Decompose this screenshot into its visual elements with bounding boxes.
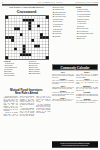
across-clue-list-1: 1Church bench5Sea eagles9Flat-bottomed b… [4,63,26,77]
clue-item: 47Evening meal [52,28,74,29]
clue-item: 10Tiny picnic insect [76,28,98,29]
clue-item: 46Grow older [52,26,74,27]
newspaper-page: 2 THE COMMUNITY PRESS WEDNESDAY, JUNE 15… [0,0,100,150]
calendar-entry: REMINDERLittle League sign-ups continue … [76,99,98,103]
clue-text: Source of metal [55,7,74,8]
calendar-entry: FRIDAYFarmers market opens for the seaso… [52,85,74,89]
clue-text: Evening meal [55,28,74,29]
calendar-entry-body: Little League sign-ups continue through … [76,100,98,103]
across-clue-list-2: 19Small pie20Compass point21Greek letter… [28,61,50,75]
calendar-footer-line-2: call the newsroom at 555-0100 by noon Fr… [62,145,89,147]
community-calendar-title: Community Calendar [61,65,90,69]
calendar-footer-box: To have an event listed in the Community… [52,141,98,148]
calendar-entry: UPCOMINGThe summer concert series begins… [76,92,98,98]
clue-item: 8Male deer [76,26,98,27]
clue-item: 13Female sheep [76,36,98,37]
calendar-entry-body: Story hour for preschoolers at the publi… [76,80,98,84]
article-body: Investors who hold shares in mutual fund… [4,96,51,145]
calendar-section: TODAYBlood drive at the First Street fir… [52,72,98,140]
calendar-entry: SUNDAYPancake breakfast at the VFW post,… [52,97,74,101]
clue-text: Female sheep [79,36,98,37]
calendar-entry-body: Friends of the Library used book sale, 9… [52,92,74,96]
calendar-entry-body: Farmers market opens for the season at t… [52,87,74,90]
across-clue-list-3: 31Source of metal34Continue to exist35La… [52,7,74,38]
clue-text: Continue to exist [55,9,74,10]
clue-item: 28Paradise garden [28,73,50,74]
grid-cell-black [46,56,49,59]
clue-text: Grow older [55,26,74,27]
puzzle-header: THE WEEKLY CROSSWORD PUZZLE Crossword [5,7,48,14]
calendar-entry: WEDNESDAYRotary Club dinner meeting at t… [76,85,98,91]
crossword-grid [5,16,49,60]
calendar-entry-body: Town council meets in the municipal buil… [76,74,98,78]
clue-item: 53Fish eggs [52,36,74,37]
calendar-entry: TUESDAYStory hour for preschoolers at th… [76,79,98,85]
clue-item: 31Source of metal [52,7,74,8]
calendar-entry-body: Senior citizens luncheon at the communit… [52,80,74,84]
down-clues-section: DOWN 1Core of an apple2Sharpen, as a bla… [76,7,98,41]
across-clue-column-1: ACROSS 1Church bench5Sea eagles9Flat-bot… [4,61,26,78]
calendar-entry: SATURDAYFriends of the Library used book… [52,91,74,97]
across-clues-section: ACROSS 1Church bench5Sea eagles9Flat-bot… [4,61,51,78]
clue-item: 4Droop in the middle [76,16,98,17]
clue-text: Wing of a building [79,18,98,19]
clue-text: Paradise garden [31,73,51,74]
article-headline: Mutual Fund Investors: New Rules Ahead [2,89,51,95]
puzzle-title: Crossword [5,9,48,13]
clue-item: 41Cooking vessel [52,19,74,20]
clue-item: 5Wing of a building [76,18,98,19]
clue-text: Fish eggs [55,36,74,37]
masthead-date: WEDNESDAY, JUNE 15, 2005 [76,1,98,3]
community-calendar-banner: Community Calendar [52,65,98,71]
clue-text: Fencing sword [6,75,26,76]
clue-item: 39Actor's part in a play [52,16,74,17]
calendar-entry: TODAYBlood drive at the First Street fir… [52,72,74,78]
clue-item: 18Bird of prey [76,38,98,39]
clue-text: Droop in the middle [79,16,98,17]
down-clue-list: 1Core of an apple2Sharpen, as a blade3An… [76,9,98,40]
clue-item: 1Core of an apple [76,9,98,10]
clue-text: Actor's part in a play [55,16,74,17]
clue-text: Core of an apple [79,9,98,10]
calendar-column-2: MONDAYTown council meets in the municipa… [76,72,98,140]
calendar-entry-body: Rotary Club dinner meeting at the Grange… [76,87,98,91]
clue-text: Male deer [79,26,98,27]
calendar-entry: MONDAYTown council meets in the municipa… [76,72,98,78]
masthead-rule [2,4,98,5]
across-clue-column-2: 19Small pie20Compass point21Greek letter… [28,61,50,78]
across-clue-column-3: 31Source of metal34Continue to exist35La… [52,7,74,39]
clue-text: Cooking vessel [55,19,74,20]
calendar-entry-body: Blood drive at the First Street fire hal… [52,74,74,78]
article-paragraph: Investors who hold shares in mutual fund… [4,96,18,112]
clue-text: Tiny picnic insect [79,28,98,29]
calendar-column-1: TODAYBlood drive at the First Street fir… [52,72,74,140]
clue-item: 17Fencing sword [4,75,26,76]
calendar-entry-body: Pancake breakfast at the VFW post, 7 to … [52,99,74,102]
headline-line-2: New Rules Ahead [2,92,51,95]
article-paragraph: For more information, investors can requ… [36,103,50,113]
calendar-entry-body: The summer concert series begins June 24… [76,94,98,98]
clue-text: Bird of prey [79,38,98,39]
calendar-entry: THURSDAYSenior citizens luncheon at the … [52,79,74,85]
clue-item: 34Continue to exist [52,9,74,10]
